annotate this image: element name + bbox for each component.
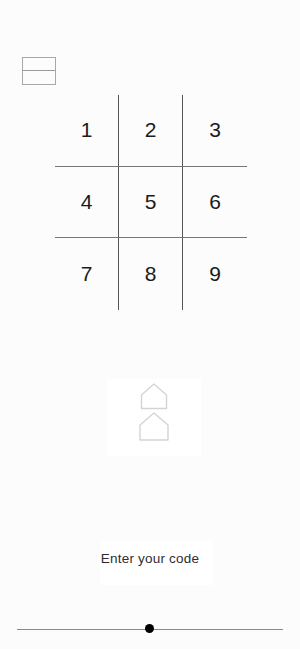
keypad-key-8[interactable]: 8	[119, 238, 183, 310]
keypad-key-2[interactable]: 2	[119, 95, 183, 167]
split-window-icon-top-pane	[23, 58, 55, 71]
keypad-key-9[interactable]: 9	[183, 238, 247, 310]
slider-handle[interactable]	[145, 624, 154, 633]
split-window-icon[interactable]	[22, 57, 56, 85]
keypad-key-4[interactable]: 4	[55, 167, 119, 239]
up-arrows-icon	[139, 383, 169, 441]
screen: 1 2 3 4 5 6 7 8 9 Enter your code	[0, 0, 300, 649]
keypad-key-3[interactable]: 3	[183, 95, 247, 167]
hint-panel	[107, 379, 201, 456]
keypad-key-5[interactable]: 5	[119, 167, 183, 239]
keypad-key-1[interactable]: 1	[55, 95, 119, 167]
keypad-key-6[interactable]: 6	[183, 167, 247, 239]
keypad-key-7[interactable]: 7	[55, 238, 119, 310]
code-prompt: Enter your code	[0, 551, 300, 566]
keypad-grid: 1 2 3 4 5 6 7 8 9	[55, 95, 247, 310]
